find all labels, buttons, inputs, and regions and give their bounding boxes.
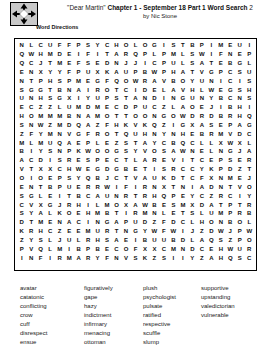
grid-cell-r16c12: T [121,174,130,183]
grid-cell-r9c19: D [188,112,197,121]
grid-cell-r24c18: N [178,244,187,253]
grid-cell-r25c17: I [169,253,178,262]
grid-cell-r20c5: K [55,209,64,218]
grid-cell-r21c7: C [74,218,83,227]
grid-cell-r2c3: H [36,50,45,59]
grid-cell-r18c20: C [197,191,206,200]
grid-cell-r20c1: S [17,209,26,218]
grid-cell-r12c21: L [207,138,216,147]
grid-cell-r17c23: T [226,182,235,191]
grid-cell-r17c4: B [45,182,54,191]
word-list-column-3: plushpsychologistpulsateratifiedrespecti… [143,284,176,347]
grid-cell-r17c17: T [169,182,178,191]
grid-cell-r5c10: F [102,76,111,85]
grid-cell-r3c10: D [102,59,111,68]
grid-cell-r23c6: U [64,235,73,244]
grid-cell-r21c21: O [207,218,216,227]
grid-cell-r7c1: U [17,94,26,103]
grid-cell-r12c16: C [159,138,168,147]
grid-cell-r12c13: T [131,138,140,147]
grid-cell-r24c8: P [83,244,92,253]
grid-cell-r14c22: P [216,156,225,165]
grid-cell-r24c12: O [121,244,130,253]
word-search-worksheet: Word Directions "Dear Martin" Chapter 1 … [0,0,270,350]
grid-cell-r13c13: Y [131,147,140,156]
grid-cell-r18c2: G [26,191,35,200]
grid-cell-r3c25: L [245,59,254,68]
grid-cell-r5c13: W [131,76,140,85]
grid-cell-r17c20: A [197,182,206,191]
grid-cell-r25c3: F [36,253,45,262]
grid-cell-r7c22: B [216,94,225,103]
grid-cell-r10c1: S [17,121,26,130]
grid-cell-r22c19: J [188,227,197,236]
grid-cell-r6c21: W [207,85,216,94]
grid-cell-r8c20: E [197,103,206,112]
grid-cell-r18c5: I [55,191,64,200]
grid-cell-r9c12: T [121,112,130,121]
grid-cell-r11c2: F [26,129,35,138]
grid-cell-r15c2: T [26,165,35,174]
grid-cell-r18c3: L [36,191,45,200]
grid-cell-r5c11: Q [112,76,121,85]
grid-cell-r2c25: P [245,50,254,59]
grid-cell-r20c3: A [36,209,45,218]
grid-cell-r22c11: T [112,227,121,236]
grid-cell-r12c25: L [245,138,254,147]
grid-cell-r3c23: B [226,59,235,68]
grid-cell-r12c9: L [93,138,102,147]
grid-cell-r11c12: Q [121,129,130,138]
grid-cell-r12c19: C [188,138,197,147]
grid-cell-r9c9: M [93,112,102,121]
grid-cell-r8c9: M [93,103,102,112]
grid-cell-r7c24: N [235,94,244,103]
grid-cell-r12c5: Q [55,138,64,147]
grid-cell-r19c15: B [150,200,159,209]
grid-cell-r6c1: S [17,85,26,94]
grid-cell-r6c9: R [93,85,102,94]
grid-cell-r24c14: X [140,244,149,253]
grid-cell-r16c18: T [178,174,187,183]
grid-cell-r3c1: Q [17,59,26,68]
word-valedictorian: valedictorian [201,302,235,311]
grid-cell-r17c15: N [150,182,159,191]
grid-cell-r13c18: W [178,147,187,156]
grid-cell-r20c23: P [226,209,235,218]
grid-cell-r11c18: H [178,129,187,138]
grid-cell-r6c2: G [26,85,35,94]
grid-cell-r18c7: B [74,191,83,200]
grid-cell-r18c4: E [45,191,54,200]
grid-cell-r8c24: H [235,103,244,112]
grid-cell-r12c20: L [197,138,206,147]
grid-cell-r24c17: M [169,244,178,253]
grid-cell-r1c4: U [45,41,54,50]
grid-cell-r22c18: I [178,227,187,236]
grid-cell-r12c11: Z [112,138,121,147]
grid-cell-r25c7: A [74,253,83,262]
grid-cell-r6c25: H [245,85,254,94]
grid-cell-r21c1: D [17,218,26,227]
grid-cell-r25c6: M [64,253,73,262]
grid-cell-r19c10: M [102,200,111,209]
grid-cell-r22c6: E [64,227,73,236]
grid-cell-r7c12: T [121,94,130,103]
grid-cell-r23c8: R [83,235,92,244]
grid-cell-r2c15: L [150,50,159,59]
grid-cell-r2c20: W [197,50,206,59]
grid-cell-r2c11: A [112,50,121,59]
grid-cell-r22c9: U [93,227,102,236]
grid-cell-r11c8: F [83,129,92,138]
grid-cell-r10c19: X [188,121,197,130]
grid-cell-r2c6: E [64,50,73,59]
grid-cell-r4c6: F [64,68,73,77]
grid-cell-r5c16: V [159,76,168,85]
grid-cell-r13c14: V [140,147,149,156]
grid-cell-r17c2: N [26,182,35,191]
grid-cell-r10c10: F [102,121,111,130]
grid-cell-r24c15: X [150,244,159,253]
grid-cell-r3c20: A [197,59,206,68]
grid-cell-r4c16: P [159,68,168,77]
grid-cell-r17c19: I [188,182,197,191]
grid-cell-r25c2: N [26,253,35,262]
grid-cell-r15c1: V [17,165,26,174]
grid-cell-r22c17: W [169,227,178,236]
grid-cell-r20c7: E [74,209,83,218]
grid-cell-r21c19: L [188,218,197,227]
grid-cell-r13c6: P [64,147,73,156]
grid-cell-r3c24: G [235,59,244,68]
grid-cell-r19c9: L [93,200,102,209]
grid-cell-r13c9: O [93,147,102,156]
grid-cell-r5c22: I [216,76,225,85]
grid-cell-r18c17: P [169,191,178,200]
grid-cell-r20c21: U [207,209,216,218]
grid-cell-r21c24: O [235,218,244,227]
grid-cell-r5c1: N [17,76,26,85]
grid-cell-r10c15: Q [150,121,159,130]
grid-cell-r8c16: Z [159,103,168,112]
grid-cell-r23c13: I [131,235,140,244]
grid-cell-r20c14: M [140,209,149,218]
grid-cell-r12c1: M [17,138,26,147]
grid-cell-r22c25: W [245,227,254,236]
grid-cell-r6c11: T [112,85,121,94]
grid-cell-r1c25: I [245,41,254,50]
grid-cell-r7c15: D [150,94,159,103]
grid-cell-r9c3: M [36,112,45,121]
word-disrespect: disrespect [20,329,47,338]
grid-cell-r12c23: W [226,138,235,147]
grid-cell-r17c21: D [207,182,216,191]
grid-cell-r21c13: U [131,218,140,227]
grid-cell-r14c9: P [93,156,102,165]
grid-cell-r12c10: E [102,138,111,147]
word-list-column-1: avatarcatatonicconflictingcrowcuffdisres… [20,284,47,347]
grid-cell-r22c24: P [235,227,244,236]
grid-cell-r19c7: H [74,200,83,209]
grid-cell-r15c16: S [159,165,168,174]
header: "Dear Martin" Chapter 1 - September 18 P… [50,4,270,20]
title-main: Chapter 1 - September 18 Part 1 Word Sea… [107,4,247,11]
grid-cell-r5c25: S [245,76,254,85]
grid-cell-r11c23: V [226,129,235,138]
grid-cell-r11c19: E [188,129,197,138]
grid-cell-r10c14: K [140,121,149,130]
grid-cell-r23c25: O [245,235,254,244]
grid-cell-r24c13: F [131,244,140,253]
grid-cell-r25c4: I [45,253,54,262]
grid-cell-r23c11: A [112,235,121,244]
grid-cell-r20c13: R [131,209,140,218]
grid-cell-r13c11: G [112,147,121,156]
grid-cell-r3c4: T [45,59,54,68]
grid-cell-r16c19: C [188,174,197,183]
grid-cell-r10c11: H [112,121,121,130]
grid-cell-r6c23: G [226,85,235,94]
grid-cell-r5c7: M [74,76,83,85]
grid-cell-r20c15: N [150,209,159,218]
grid-cell-r18c21: Z [207,191,216,200]
grid-cell-r6c8: I [83,85,92,94]
grid-cell-r17c12: F [121,182,130,191]
grid-cell-r3c14: I [140,59,149,68]
grid-cell-r22c15: W [150,227,159,236]
grid-cell-r18c6: T [64,191,73,200]
grid-cell-r23c14: B [140,235,149,244]
grid-cell-r12c18: Q [178,138,187,147]
grid-cell-r18c14: R [140,191,149,200]
grid-cell-r8c11: C [112,103,121,112]
grid-cell-r7c19: U [188,94,197,103]
grid-cell-r1c16: I [159,41,168,50]
grid-cell-r18c10: U [102,191,111,200]
grid-cell-r8c25: I [245,103,254,112]
grid-cell-r23c20: A [197,235,206,244]
grid-cell-r23c18: D [178,235,187,244]
grid-cell-r5c9: G [93,76,102,85]
grid-cell-r25c8: R [83,253,92,262]
grid-cell-r23c12: E [121,235,130,244]
grid-cell-r10c4: Z [45,121,54,130]
grid-cell-r16c7: Y [74,174,83,183]
word-ensue: ensue [20,338,47,347]
grid-cell-r21c17: D [169,218,178,227]
grid-cell-r9c5: M [55,112,64,121]
grid-cell-r3c22: E [216,59,225,68]
grid-cell-r21c25: L [245,218,254,227]
word-directions-icon [10,2,38,26]
grid-cell-r16c5: P [55,174,64,183]
grid-cell-r24c16: C [159,244,168,253]
grid-cell-r5c5: S [55,76,64,85]
grid-cell-r10c2: N [26,121,35,130]
grid-cell-r20c6: O [64,209,73,218]
grid-cell-r13c5: N [55,147,64,156]
grid-cell-r6c3: G [36,85,45,94]
grid-cell-r9c6: B [64,112,73,121]
grid-cell-r16c13: V [131,174,140,183]
grid-cell-r10c24: A [235,121,244,130]
grid-cell-r19c6: R [64,200,73,209]
grid-cell-r14c17: V [169,156,178,165]
grid-cell-r15c18: C [178,165,187,174]
grid-cell-r22c1: K [17,227,26,236]
grid-cell-r21c18: C [178,218,187,227]
word-psychologist: psychologist [143,293,176,302]
grid-cell-r14c7: E [74,156,83,165]
grid-cell-r11c15: N [150,129,159,138]
grid-cell-r25c16: S [159,253,168,262]
grid-cell-r8c2: C [26,103,35,112]
grid-cell-r6c14: D [140,85,149,94]
grid-cell-r12c12: S [121,138,130,147]
grid-cell-r10c7: Q [74,121,83,130]
grid-cell-r16c14: A [140,174,149,183]
grid-cell-r6c4: T [45,85,54,94]
grid-cell-r5c19: Y [188,76,197,85]
grid-cell-r5c15: A [150,76,159,85]
grid-cell-r2c7: I [74,50,83,59]
grid-cell-r6c13: I [131,85,140,94]
grid-cell-r14c19: T [188,156,197,165]
word-gape: gape [84,293,113,302]
grid-cell-r4c10: K [102,68,111,77]
grid-cell-r10c23: P [226,121,235,130]
grid-cell-r14c1: A [17,156,26,165]
grid-cell-r6c20: L [197,85,206,94]
grid-cell-r18c23: C [226,191,235,200]
grid-cell-r9c4: M [45,112,54,121]
grid-cell-r19c22: T [216,200,225,209]
grid-cell-r17c7: E [74,182,83,191]
grid-cell-r11c9: R [93,129,102,138]
grid-cell-r13c23: G [226,147,235,156]
grid-cell-r15c19: C [188,165,197,174]
grid-cell-r10c8: A [83,121,92,130]
grid-cell-r20c11: T [112,209,121,218]
grid-cell-r7c10: P [102,94,111,103]
grid-cell-r24c5: M [55,244,64,253]
grid-cell-r16c11: C [112,174,121,183]
grid-cell-r5c12: O [121,76,130,85]
grid-cell-r19c12: X [121,200,130,209]
grid-cell-r4c13: P [131,68,140,77]
grid-cell-r19c19: X [188,200,197,209]
grid-cell-r1c12: O [121,41,130,50]
word-vulnerable: vulnerable [201,311,235,320]
grid-cell-r13c3: Y [36,147,45,156]
grid-cell-r14c18: I [178,156,187,165]
grid-cell-r20c25: B [245,209,254,218]
grid-cell-r11c21: R [207,129,216,138]
grid-cell-r16c4: E [45,174,54,183]
grid-cell-r3c3: J [36,59,45,68]
grid-cell-r23c10: S [102,235,111,244]
grid-cell-r12c24: X [235,138,244,147]
grid-cell-r4c15: W [150,68,159,77]
grid-cell-r11c25: C [245,129,254,138]
grid-cell-r24c23: W [226,244,235,253]
grid-cell-r7c25: S [245,94,254,103]
grid-cell-r22c20: Z [197,227,206,236]
grid-cell-r14c8: S [83,156,92,165]
grid-cell-r8c7: M [74,103,83,112]
grid-cell-r9c2: O [26,112,35,121]
grid-cell-r1c11: H [112,41,121,50]
grid-cell-r7c16: I [159,94,168,103]
grid-cell-r8c19: O [188,103,197,112]
grid-cell-r5c6: P [64,76,73,85]
grid-cell-r18c1: S [17,191,26,200]
grid-cell-r23c2: Y [26,235,35,244]
grid-cell-r1c13: L [131,41,140,50]
grid-cell-r3c6: E [64,59,73,68]
grid-cell-r9c22: B [216,112,225,121]
grid-cell-r22c2: R [26,227,35,236]
word-menacing: menacing [84,329,113,338]
grid-cell-r4c25: U [245,68,254,77]
grid-cell-r13c16: S [159,147,168,156]
grid-cell-r22c12: N [121,227,130,236]
grid-cell-r22c4: C [45,227,54,236]
grid-cell-r14c20: C [197,156,206,165]
grid-cell-r11c14: H [140,129,149,138]
grid-cell-r2c19: S [188,50,197,59]
grid-cell-r21c23: B [226,218,235,227]
grid-cell-r24c3: Q [36,244,45,253]
grid-cell-r1c20: P [197,41,206,50]
grid-cell-r14c2: C [26,156,35,165]
grid-cell-r16c21: X [207,174,216,183]
grid-cell-r25c23: Q [226,253,235,262]
word-avatar: avatar [20,284,47,293]
grid-cell-r4c9: X [93,68,102,77]
grid-cell-r20c22: M [216,209,225,218]
grid-cell-r16c1: O [17,174,26,183]
grid-cell-r2c23: N [226,50,235,59]
grid-cell-r25c24: S [235,253,244,262]
grid-cell-r15c7: W [74,165,83,174]
grid-cell-r24c9: B [93,244,102,253]
grid-cell-r15c23: D [226,165,235,174]
grid-cell-r12c3: M [36,138,45,147]
grid-cell-r16c16: K [159,174,168,183]
grid-cell-r13c1: B [17,147,26,156]
grid-cell-r7c4: S [45,94,54,103]
byline: by Nic Stone [50,12,270,20]
grid-cell-r3c2: C [26,59,35,68]
grid-cell-r20c9: M [93,209,102,218]
grid-cell-r11c3: Y [36,129,45,138]
grid-cell-r19c1: C [17,200,26,209]
grid-cell-r16c2: I [26,174,35,183]
grid-cell-r3c15: C [150,59,159,68]
grid-cell-r23c23: Z [226,235,235,244]
grid-cell-r25c18: I [178,253,187,262]
grid-cell-r22c7: E [74,227,83,236]
grid-cell-r13c10: O [102,147,111,156]
grid-cell-r15c12: B [121,165,130,174]
grid-cell-r19c4: G [45,200,54,209]
grid-cell-r9c24: H [235,112,244,121]
grid-cell-r16c6: S [64,174,73,183]
grid-cell-r21c22: N [216,218,225,227]
word-upstanding: upstanding [201,293,235,302]
